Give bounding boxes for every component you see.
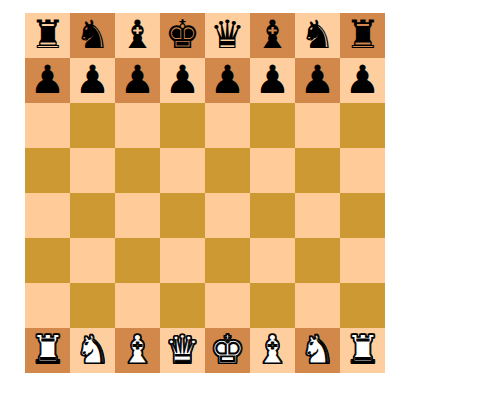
square-e4[interactable]	[205, 193, 250, 238]
square-d7[interactable]: ♟	[160, 58, 205, 103]
white-queen[interactable]: ♛	[165, 328, 200, 372]
black-pawn[interactable]: ♟	[165, 58, 200, 102]
square-c1[interactable]: ♝	[115, 328, 160, 373]
black-pawn[interactable]: ♟	[345, 58, 380, 102]
square-f1[interactable]: ♝	[250, 328, 295, 373]
square-h3[interactable]	[340, 238, 385, 283]
square-d8[interactable]: ♚	[160, 13, 205, 58]
square-b7[interactable]: ♟	[70, 58, 115, 103]
square-c8[interactable]: ♝	[115, 13, 160, 58]
square-g4[interactable]	[295, 193, 340, 238]
black-rook[interactable]: ♜	[345, 13, 380, 57]
square-h1[interactable]: ♜	[340, 328, 385, 373]
square-h2[interactable]	[340, 283, 385, 328]
square-f2[interactable]	[250, 283, 295, 328]
square-b1[interactable]: ♞	[70, 328, 115, 373]
square-f4[interactable]	[250, 193, 295, 238]
square-e3[interactable]	[205, 238, 250, 283]
square-e6[interactable]	[205, 103, 250, 148]
square-b5[interactable]	[70, 148, 115, 193]
square-a5[interactable]	[25, 148, 70, 193]
square-a6[interactable]	[25, 103, 70, 148]
square-g5[interactable]	[295, 148, 340, 193]
black-pawn[interactable]: ♟	[300, 58, 335, 102]
square-d3[interactable]	[160, 238, 205, 283]
square-h6[interactable]	[340, 103, 385, 148]
black-pawn[interactable]: ♟	[30, 58, 65, 102]
white-bishop[interactable]: ♝	[255, 328, 290, 372]
square-f5[interactable]	[250, 148, 295, 193]
white-rook[interactable]: ♜	[30, 328, 65, 372]
square-g7[interactable]: ♟	[295, 58, 340, 103]
black-pawn[interactable]: ♟	[210, 58, 245, 102]
square-g2[interactable]	[295, 283, 340, 328]
square-f7[interactable]: ♟	[250, 58, 295, 103]
black-king[interactable]: ♚	[165, 13, 200, 57]
square-a3[interactable]	[25, 238, 70, 283]
square-e1[interactable]: ♚	[205, 328, 250, 373]
square-d1[interactable]: ♛	[160, 328, 205, 373]
square-g1[interactable]: ♞	[295, 328, 340, 373]
square-d4[interactable]	[160, 193, 205, 238]
square-a1[interactable]: ♜	[25, 328, 70, 373]
black-pawn[interactable]: ♟	[75, 58, 110, 102]
black-knight[interactable]: ♞	[75, 13, 110, 57]
black-pawn[interactable]: ♟	[255, 58, 290, 102]
square-b6[interactable]	[70, 103, 115, 148]
square-c5[interactable]	[115, 148, 160, 193]
square-d6[interactable]	[160, 103, 205, 148]
white-knight[interactable]: ♞	[300, 328, 335, 372]
square-a4[interactable]	[25, 193, 70, 238]
page: ♜♞♝♚♛♝♞♜♟♟♟♟♟♟♟♟♜♞♝♛♚♝♞♜	[0, 0, 492, 410]
black-knight[interactable]: ♞	[300, 13, 335, 57]
square-h5[interactable]	[340, 148, 385, 193]
square-a8[interactable]: ♜	[25, 13, 70, 58]
square-b2[interactable]	[70, 283, 115, 328]
white-bishop[interactable]: ♝	[120, 328, 155, 372]
square-d5[interactable]	[160, 148, 205, 193]
square-e8[interactable]: ♛	[205, 13, 250, 58]
square-c3[interactable]	[115, 238, 160, 283]
square-h8[interactable]: ♜	[340, 13, 385, 58]
square-e2[interactable]	[205, 283, 250, 328]
black-bishop[interactable]: ♝	[120, 13, 155, 57]
black-bishop[interactable]: ♝	[255, 13, 290, 57]
square-b8[interactable]: ♞	[70, 13, 115, 58]
square-d2[interactable]	[160, 283, 205, 328]
square-g8[interactable]: ♞	[295, 13, 340, 58]
square-g3[interactable]	[295, 238, 340, 283]
square-h7[interactable]: ♟	[340, 58, 385, 103]
square-b3[interactable]	[70, 238, 115, 283]
square-c6[interactable]	[115, 103, 160, 148]
square-b4[interactable]	[70, 193, 115, 238]
black-pawn[interactable]: ♟	[120, 58, 155, 102]
white-king[interactable]: ♚	[210, 328, 245, 372]
white-knight[interactable]: ♞	[75, 328, 110, 372]
square-c7[interactable]: ♟	[115, 58, 160, 103]
square-f6[interactable]	[250, 103, 295, 148]
square-c2[interactable]	[115, 283, 160, 328]
square-e7[interactable]: ♟	[205, 58, 250, 103]
square-a7[interactable]: ♟	[25, 58, 70, 103]
square-f8[interactable]: ♝	[250, 13, 295, 58]
square-g6[interactable]	[295, 103, 340, 148]
square-f3[interactable]	[250, 238, 295, 283]
square-a2[interactable]	[25, 283, 70, 328]
black-queen[interactable]: ♛	[210, 13, 245, 57]
black-rook[interactable]: ♜	[30, 13, 65, 57]
white-rook[interactable]: ♜	[345, 328, 380, 372]
square-c4[interactable]	[115, 193, 160, 238]
square-e5[interactable]	[205, 148, 250, 193]
square-h4[interactable]	[340, 193, 385, 238]
chess-board: ♜♞♝♚♛♝♞♜♟♟♟♟♟♟♟♟♜♞♝♛♚♝♞♜	[25, 13, 385, 373]
